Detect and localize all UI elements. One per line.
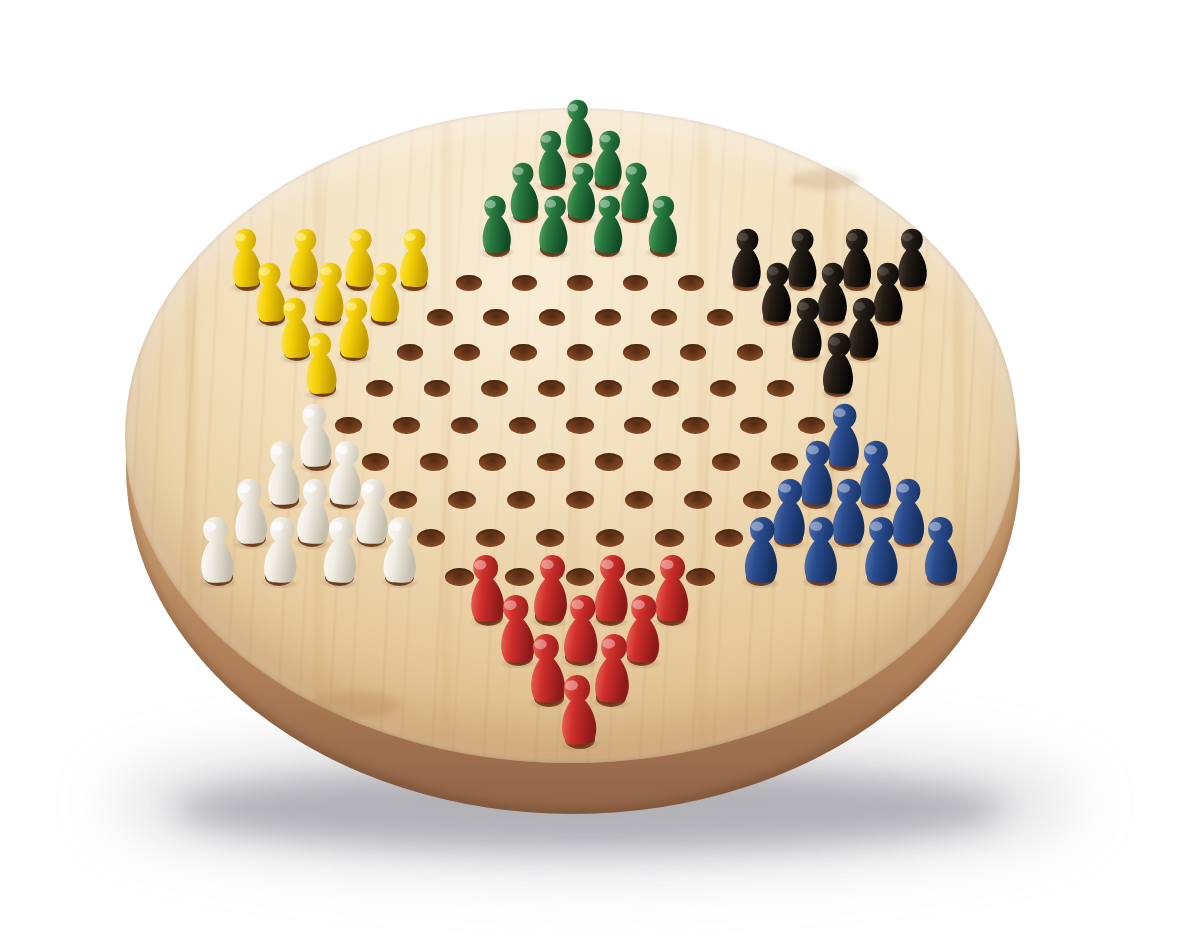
- board-hole[interactable]: [454, 344, 480, 361]
- board-hole[interactable]: [680, 344, 706, 361]
- peg-shape: [816, 330, 861, 396]
- board-hole[interactable]: [539, 309, 565, 326]
- peg-shape: [587, 193, 630, 255]
- board-hole[interactable]: [678, 275, 704, 291]
- board-hole[interactable]: [737, 344, 763, 361]
- board-hole[interactable]: [595, 380, 622, 397]
- board-hole[interactable]: [682, 417, 709, 434]
- board-hole[interactable]: [566, 491, 594, 509]
- board-hole[interactable]: [507, 491, 535, 509]
- peg-white[interactable]: [257, 514, 305, 586]
- board-hole[interactable]: [596, 529, 624, 547]
- peg-green[interactable]: [642, 194, 684, 256]
- board-hole[interactable]: [798, 417, 825, 434]
- board-hole[interactable]: [652, 380, 679, 397]
- board-hole[interactable]: [654, 453, 682, 471]
- peg-shape: [642, 194, 684, 256]
- chinese-checkers-board-photo: [0, 0, 1181, 943]
- board-hole[interactable]: [684, 491, 712, 509]
- board-hole[interactable]: [655, 529, 683, 547]
- board-hole[interactable]: [595, 453, 623, 471]
- peg-shape: [918, 514, 964, 585]
- board-hole[interactable]: [566, 417, 593, 434]
- board-hole[interactable]: [595, 309, 621, 326]
- board-hole[interactable]: [512, 275, 538, 291]
- board-hole[interactable]: [712, 453, 740, 471]
- peg-shape: [859, 515, 904, 585]
- board-hole[interactable]: [740, 417, 767, 434]
- peg-blue[interactable]: [738, 514, 785, 586]
- board-hole[interactable]: [537, 453, 565, 471]
- peg-shape: [798, 514, 844, 585]
- peg-black[interactable]: [816, 330, 861, 396]
- board-hole[interactable]: [481, 380, 508, 397]
- board-hole[interactable]: [424, 380, 451, 397]
- peg-yellow[interactable]: [298, 329, 344, 396]
- peg-red[interactable]: [553, 672, 603, 748]
- peg-shape: [257, 514, 305, 586]
- board-hole[interactable]: [448, 491, 476, 509]
- board-hole[interactable]: [538, 380, 565, 397]
- peg-shape: [553, 672, 603, 748]
- peg-green[interactable]: [587, 193, 630, 255]
- board-hole[interactable]: [710, 380, 737, 397]
- board-hole[interactable]: [366, 380, 393, 397]
- board-hole[interactable]: [479, 453, 507, 471]
- peg-shape: [298, 329, 344, 396]
- board-hole[interactable]: [335, 417, 362, 434]
- peg-green[interactable]: [474, 193, 518, 256]
- board-hole[interactable]: [624, 417, 651, 434]
- board-hole[interactable]: [393, 417, 420, 434]
- board-hole[interactable]: [536, 529, 564, 547]
- board-hole[interactable]: [623, 344, 649, 361]
- peg-green[interactable]: [532, 193, 576, 256]
- peg-shape: [738, 514, 785, 586]
- board-hole[interactable]: [707, 309, 733, 326]
- board-hole[interactable]: [427, 309, 453, 326]
- board-hole[interactable]: [767, 380, 794, 397]
- peg-blue[interactable]: [798, 514, 844, 585]
- board-hole[interactable]: [510, 344, 536, 361]
- board-hole[interactable]: [625, 491, 653, 509]
- board-hole[interactable]: [623, 275, 649, 291]
- board-hole[interactable]: [567, 344, 593, 361]
- peg-shape: [474, 193, 518, 256]
- board-hole[interactable]: [476, 529, 504, 547]
- board-hole[interactable]: [456, 275, 482, 291]
- peg-shape: [317, 514, 364, 586]
- board-hole[interactable]: [771, 453, 799, 471]
- board-hole[interactable]: [420, 453, 448, 471]
- peg-shape: [193, 514, 241, 586]
- peg-shape: [377, 514, 423, 585]
- board-hole[interactable]: [397, 344, 423, 361]
- board-hole[interactable]: [451, 417, 478, 434]
- peg-white[interactable]: [377, 514, 423, 585]
- board-hole[interactable]: [509, 417, 536, 434]
- board-hole[interactable]: [483, 309, 509, 326]
- peg-shape: [532, 193, 576, 256]
- board-hole[interactable]: [567, 275, 593, 291]
- peg-grid: [0, 0, 1181, 943]
- peg-white[interactable]: [193, 514, 241, 586]
- peg-blue[interactable]: [859, 515, 904, 585]
- board-hole[interactable]: [651, 309, 677, 326]
- peg-blue[interactable]: [918, 514, 964, 585]
- peg-white[interactable]: [317, 514, 364, 586]
